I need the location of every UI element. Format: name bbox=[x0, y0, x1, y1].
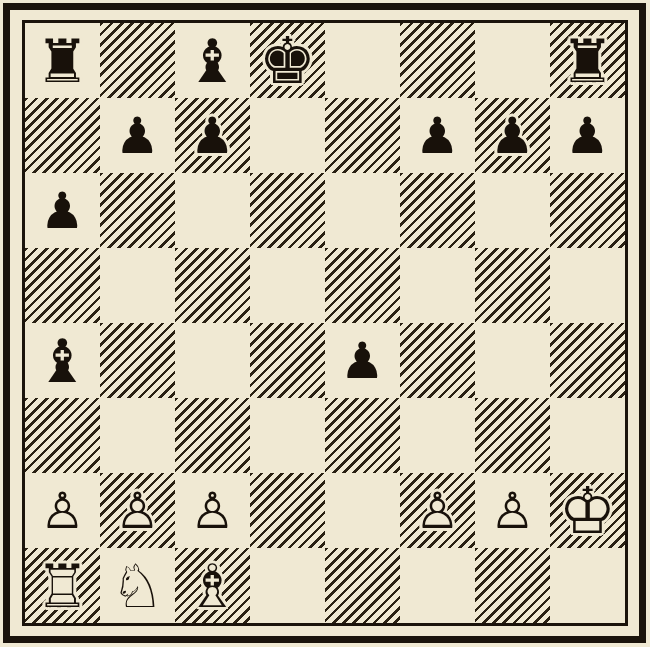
square-f4 bbox=[400, 323, 475, 398]
white-king-h2: ♔ bbox=[550, 473, 625, 548]
square-d6 bbox=[250, 173, 325, 248]
piece-halo: ♟ bbox=[400, 473, 475, 548]
square-f5 bbox=[400, 248, 475, 323]
board: ♜♜♝♝♚♚♜♜♟♟♟♟♟♟♟♟♟♟♟♟♝♝♟♟♟♙♟♙♟♙♟♙♟♙♚♔♜♖♞♘… bbox=[22, 20, 628, 626]
square-c3 bbox=[175, 398, 250, 473]
square-c6 bbox=[175, 173, 250, 248]
black-pawn-g7: ♟ bbox=[475, 98, 550, 173]
piece-halo: ♟ bbox=[175, 98, 250, 173]
piece-halo: ♝ bbox=[175, 23, 250, 98]
piece-halo: ♜ bbox=[25, 548, 100, 623]
piece-halo: ♟ bbox=[25, 473, 100, 548]
square-c1: ♝♗ bbox=[175, 548, 250, 623]
piece-halo: ♟ bbox=[175, 473, 250, 548]
square-a4: ♝♝ bbox=[25, 323, 100, 398]
square-b2: ♟♙ bbox=[100, 473, 175, 548]
square-h2: ♚♔ bbox=[550, 473, 625, 548]
square-h5 bbox=[550, 248, 625, 323]
square-d5 bbox=[250, 248, 325, 323]
black-rook-a8: ♜ bbox=[25, 23, 100, 98]
piece-halo: ♝ bbox=[25, 323, 100, 398]
square-f7: ♟♟ bbox=[400, 98, 475, 173]
square-e1 bbox=[325, 548, 400, 623]
square-g7: ♟♟ bbox=[475, 98, 550, 173]
square-e3 bbox=[325, 398, 400, 473]
piece-halo: ♟ bbox=[550, 98, 625, 173]
square-b7: ♟♟ bbox=[100, 98, 175, 173]
black-pawn-h7: ♟ bbox=[550, 98, 625, 173]
white-pawn-f2: ♙ bbox=[400, 473, 475, 548]
square-g8 bbox=[475, 23, 550, 98]
square-e5 bbox=[325, 248, 400, 323]
square-c8: ♝♝ bbox=[175, 23, 250, 98]
square-h3 bbox=[550, 398, 625, 473]
square-a8: ♜♜ bbox=[25, 23, 100, 98]
square-d1 bbox=[250, 548, 325, 623]
black-pawn-b7: ♟ bbox=[100, 98, 175, 173]
square-f3 bbox=[400, 398, 475, 473]
square-b6 bbox=[100, 173, 175, 248]
square-b3 bbox=[100, 398, 175, 473]
black-pawn-e4: ♟ bbox=[325, 323, 400, 398]
white-bishop-c1: ♗ bbox=[175, 548, 250, 623]
square-g3 bbox=[475, 398, 550, 473]
square-a2: ♟♙ bbox=[25, 473, 100, 548]
piece-halo: ♜ bbox=[550, 23, 625, 98]
square-d7 bbox=[250, 98, 325, 173]
piece-halo: ♟ bbox=[475, 473, 550, 548]
square-d8: ♚♚ bbox=[250, 23, 325, 98]
square-e8 bbox=[325, 23, 400, 98]
piece-halo: ♚ bbox=[550, 473, 625, 548]
square-b1: ♞♘ bbox=[100, 548, 175, 623]
black-king-d8: ♚ bbox=[250, 23, 325, 98]
piece-halo: ♟ bbox=[325, 323, 400, 398]
square-a7 bbox=[25, 98, 100, 173]
white-pawn-a2: ♙ bbox=[25, 473, 100, 548]
square-a3 bbox=[25, 398, 100, 473]
square-h8: ♜♜ bbox=[550, 23, 625, 98]
square-e7 bbox=[325, 98, 400, 173]
white-pawn-b2: ♙ bbox=[100, 473, 175, 548]
black-rook-h8: ♜ bbox=[550, 23, 625, 98]
white-pawn-c2: ♙ bbox=[175, 473, 250, 548]
square-g2: ♟♙ bbox=[475, 473, 550, 548]
piece-halo: ♟ bbox=[25, 173, 100, 248]
piece-halo: ♟ bbox=[100, 98, 175, 173]
square-f2: ♟♙ bbox=[400, 473, 475, 548]
square-b8 bbox=[100, 23, 175, 98]
piece-halo: ♞ bbox=[100, 548, 175, 623]
square-e4: ♟♟ bbox=[325, 323, 400, 398]
square-d4 bbox=[250, 323, 325, 398]
white-pawn-g2: ♙ bbox=[475, 473, 550, 548]
square-e6 bbox=[325, 173, 400, 248]
square-b4 bbox=[100, 323, 175, 398]
black-pawn-f7: ♟ bbox=[400, 98, 475, 173]
square-c5 bbox=[175, 248, 250, 323]
square-e2 bbox=[325, 473, 400, 548]
piece-halo: ♟ bbox=[400, 98, 475, 173]
square-h4 bbox=[550, 323, 625, 398]
square-c2: ♟♙ bbox=[175, 473, 250, 548]
black-bishop-a4: ♝ bbox=[25, 323, 100, 398]
piece-halo: ♟ bbox=[475, 98, 550, 173]
square-a5 bbox=[25, 248, 100, 323]
black-pawn-c7: ♟ bbox=[175, 98, 250, 173]
square-a1: ♜♖ bbox=[25, 548, 100, 623]
white-knight-b1: ♘ bbox=[100, 548, 175, 623]
square-c4 bbox=[175, 323, 250, 398]
square-h7: ♟♟ bbox=[550, 98, 625, 173]
square-f8 bbox=[400, 23, 475, 98]
square-h1 bbox=[550, 548, 625, 623]
piece-halo: ♟ bbox=[100, 473, 175, 548]
piece-halo: ♝ bbox=[175, 548, 250, 623]
square-g1 bbox=[475, 548, 550, 623]
square-a6: ♟♟ bbox=[25, 173, 100, 248]
black-pawn-a6: ♟ bbox=[25, 173, 100, 248]
square-h6 bbox=[550, 173, 625, 248]
square-g5 bbox=[475, 248, 550, 323]
square-g4 bbox=[475, 323, 550, 398]
page: ♜♜♝♝♚♚♜♜♟♟♟♟♟♟♟♟♟♟♟♟♝♝♟♟♟♙♟♙♟♙♟♙♟♙♚♔♜♖♞♘… bbox=[0, 0, 650, 647]
black-bishop-c8: ♝ bbox=[175, 23, 250, 98]
piece-halo: ♚ bbox=[250, 23, 325, 98]
square-d2 bbox=[250, 473, 325, 548]
piece-halo: ♜ bbox=[25, 23, 100, 98]
square-c7: ♟♟ bbox=[175, 98, 250, 173]
square-b5 bbox=[100, 248, 175, 323]
square-f6 bbox=[400, 173, 475, 248]
square-f1 bbox=[400, 548, 475, 623]
square-d3 bbox=[250, 398, 325, 473]
white-rook-a1: ♖ bbox=[25, 548, 100, 623]
square-g6 bbox=[475, 173, 550, 248]
